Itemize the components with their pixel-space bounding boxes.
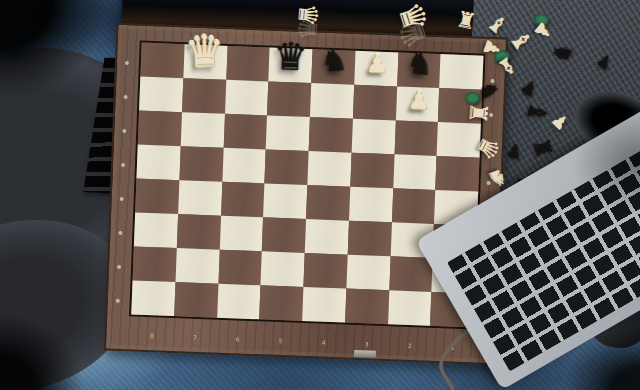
webcam-photo-scene: ♛♛♞♟♞♟ 87654321 ♛♛♛♛♜♝♟♝♟♞♝♞♟♜♝♟♛♟♜♞♟♝♟♟… [0, 0, 640, 390]
scattered-piece: ♞ [477, 80, 501, 102]
scattered-piece: ♟ [518, 76, 541, 100]
scattered-piece: ♟ [530, 18, 556, 43]
scattered-piece: ♜ [465, 101, 491, 125]
scattered-piece: ♛ [393, 15, 434, 53]
scattered-piece: ♟ [594, 51, 614, 72]
scattered-piece: ♟ [504, 140, 524, 162]
scattered-piece: ♝ [493, 51, 522, 80]
scattered-piece: ♜ [529, 136, 555, 161]
scattered-piece: ♜ [454, 8, 478, 34]
scattered-piece: ♝ [482, 10, 511, 40]
scattered-piece: ♝ [523, 99, 550, 124]
scattered-piece: ♛ [393, 0, 434, 36]
scattered-piece: ♞ [548, 39, 577, 67]
scattered-piece: ♛ [294, 16, 322, 41]
scattered-piece: ♟ [548, 110, 572, 134]
scattered-piece: ♛ [294, 2, 322, 27]
scattered-piece: ♟ [480, 36, 505, 60]
scattered-piece: ♝ [505, 25, 537, 56]
scattered-piece: ♛ [471, 132, 505, 165]
